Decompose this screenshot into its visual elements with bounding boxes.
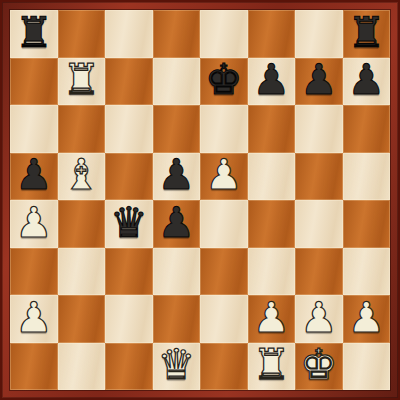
square-a2[interactable]: ♟ [10, 295, 58, 343]
square-g5[interactable] [295, 153, 343, 201]
square-h2[interactable]: ♟ [343, 295, 391, 343]
square-e6[interactable] [200, 105, 248, 153]
black-pawn[interactable]: ♟ [157, 202, 195, 244]
square-h4[interactable] [343, 200, 391, 248]
white-pawn[interactable]: ♟ [15, 202, 53, 244]
square-e8[interactable] [200, 10, 248, 58]
square-d4[interactable]: ♟ [153, 200, 201, 248]
square-b7[interactable]: ♜ [58, 58, 106, 106]
square-b6[interactable] [58, 105, 106, 153]
square-e2[interactable] [200, 295, 248, 343]
black-rook[interactable]: ♜ [15, 12, 53, 54]
square-d2[interactable] [153, 295, 201, 343]
square-c8[interactable] [105, 10, 153, 58]
square-d3[interactable] [153, 248, 201, 296]
black-queen[interactable]: ♛ [110, 202, 148, 244]
black-king[interactable]: ♚ [205, 59, 243, 101]
black-pawn[interactable]: ♟ [252, 59, 290, 101]
white-pawn[interactable]: ♟ [15, 297, 53, 339]
square-h7[interactable]: ♟ [343, 58, 391, 106]
square-b1[interactable] [58, 343, 106, 391]
square-a5[interactable]: ♟ [10, 153, 58, 201]
white-rook[interactable]: ♜ [252, 344, 290, 386]
square-h5[interactable] [343, 153, 391, 201]
square-b5[interactable]: ♝ [58, 153, 106, 201]
square-g2[interactable]: ♟ [295, 295, 343, 343]
square-h6[interactable] [343, 105, 391, 153]
square-f8[interactable] [248, 10, 296, 58]
square-c5[interactable] [105, 153, 153, 201]
white-pawn[interactable]: ♟ [300, 297, 338, 339]
square-g1[interactable]: ♚ [295, 343, 343, 391]
square-e7[interactable]: ♚ [200, 58, 248, 106]
square-e4[interactable] [200, 200, 248, 248]
square-d7[interactable] [153, 58, 201, 106]
square-f1[interactable]: ♜ [248, 343, 296, 391]
square-d1[interactable]: ♛ [153, 343, 201, 391]
square-c3[interactable] [105, 248, 153, 296]
chess-diagram-page: ♜♜♜♚♟♟♟♟♝♟♟♟♛♟♟♟♟♟♛♜♚ [0, 0, 400, 400]
white-pawn[interactable]: ♟ [205, 154, 243, 196]
square-a6[interactable] [10, 105, 58, 153]
square-a8[interactable]: ♜ [10, 10, 58, 58]
square-c7[interactable] [105, 58, 153, 106]
white-rook[interactable]: ♜ [62, 59, 100, 101]
square-a7[interactable] [10, 58, 58, 106]
white-king[interactable]: ♚ [300, 344, 338, 386]
square-c4[interactable]: ♛ [105, 200, 153, 248]
square-g3[interactable] [295, 248, 343, 296]
white-queen[interactable]: ♛ [157, 344, 195, 386]
square-b8[interactable] [58, 10, 106, 58]
square-d8[interactable] [153, 10, 201, 58]
black-rook[interactable]: ♜ [347, 12, 385, 54]
square-b2[interactable] [58, 295, 106, 343]
square-e5[interactable]: ♟ [200, 153, 248, 201]
square-f3[interactable] [248, 248, 296, 296]
square-h8[interactable]: ♜ [343, 10, 391, 58]
square-f4[interactable] [248, 200, 296, 248]
square-f2[interactable]: ♟ [248, 295, 296, 343]
square-e1[interactable] [200, 343, 248, 391]
white-pawn[interactable]: ♟ [252, 297, 290, 339]
square-b3[interactable] [58, 248, 106, 296]
square-d5[interactable]: ♟ [153, 153, 201, 201]
white-bishop[interactable]: ♝ [62, 154, 100, 196]
square-h1[interactable] [343, 343, 391, 391]
chess-board: ♜♜♜♚♟♟♟♟♝♟♟♟♛♟♟♟♟♟♛♜♚ [10, 10, 390, 390]
square-e3[interactable] [200, 248, 248, 296]
square-a3[interactable] [10, 248, 58, 296]
square-g6[interactable] [295, 105, 343, 153]
chess-board-frame: ♜♜♜♚♟♟♟♟♝♟♟♟♛♟♟♟♟♟♛♜♚ [0, 0, 400, 400]
black-pawn[interactable]: ♟ [15, 154, 53, 196]
square-g7[interactable]: ♟ [295, 58, 343, 106]
square-f7[interactable]: ♟ [248, 58, 296, 106]
square-d6[interactable] [153, 105, 201, 153]
white-pawn[interactable]: ♟ [347, 297, 385, 339]
black-pawn[interactable]: ♟ [347, 59, 385, 101]
square-a1[interactable] [10, 343, 58, 391]
square-a4[interactable]: ♟ [10, 200, 58, 248]
square-b4[interactable] [58, 200, 106, 248]
square-f6[interactable] [248, 105, 296, 153]
square-f5[interactable] [248, 153, 296, 201]
square-h3[interactable] [343, 248, 391, 296]
square-g4[interactable] [295, 200, 343, 248]
square-c1[interactable] [105, 343, 153, 391]
square-c2[interactable] [105, 295, 153, 343]
square-g8[interactable] [295, 10, 343, 58]
square-c6[interactable] [105, 105, 153, 153]
black-pawn[interactable]: ♟ [157, 154, 195, 196]
black-pawn[interactable]: ♟ [300, 59, 338, 101]
